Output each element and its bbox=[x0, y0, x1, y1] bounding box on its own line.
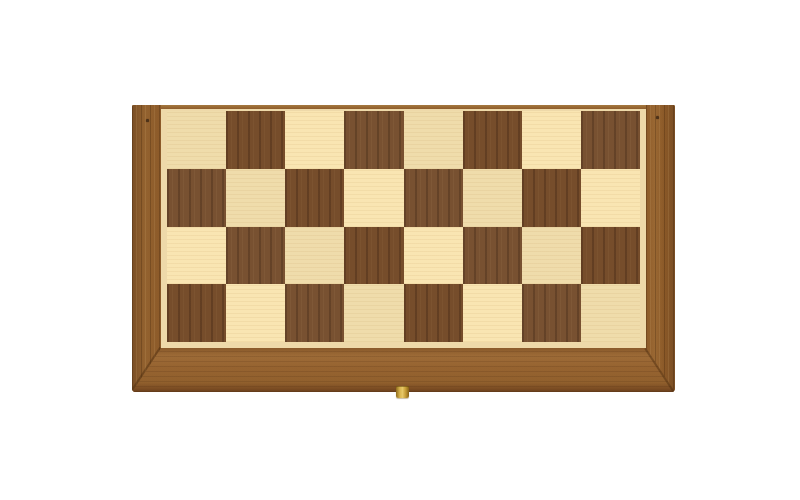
board-square bbox=[581, 284, 640, 342]
board-square bbox=[285, 111, 344, 169]
board-square bbox=[344, 111, 403, 169]
board-square bbox=[167, 284, 226, 342]
board-square bbox=[226, 169, 285, 227]
board-square bbox=[522, 169, 581, 227]
frame-nail bbox=[656, 116, 659, 119]
board-square bbox=[463, 227, 522, 285]
board-square bbox=[522, 227, 581, 285]
board-square bbox=[404, 284, 463, 342]
board-square bbox=[167, 111, 226, 169]
checkerboard-field bbox=[167, 111, 640, 342]
board-square bbox=[226, 284, 285, 342]
chessboard-box bbox=[132, 105, 675, 392]
maple-border bbox=[161, 109, 646, 348]
brass-clasp bbox=[396, 386, 409, 398]
board-square bbox=[581, 111, 640, 169]
board-square bbox=[463, 111, 522, 169]
board-square bbox=[344, 284, 403, 342]
board-square bbox=[404, 111, 463, 169]
board-square bbox=[404, 227, 463, 285]
board-square bbox=[285, 284, 344, 342]
board-square bbox=[404, 169, 463, 227]
frame-nail bbox=[146, 119, 149, 122]
board-square bbox=[344, 169, 403, 227]
board-square bbox=[285, 169, 344, 227]
board-square bbox=[167, 227, 226, 285]
board-square bbox=[581, 227, 640, 285]
product-photo bbox=[0, 0, 800, 500]
board-square bbox=[226, 227, 285, 285]
board-square bbox=[581, 169, 640, 227]
board-square bbox=[285, 227, 344, 285]
board-square bbox=[344, 227, 403, 285]
board-square bbox=[522, 111, 581, 169]
board-square bbox=[167, 169, 226, 227]
board-square bbox=[522, 284, 581, 342]
board-square bbox=[463, 169, 522, 227]
board-square bbox=[463, 284, 522, 342]
frame-right-rail bbox=[646, 105, 675, 392]
board-square bbox=[226, 111, 285, 169]
